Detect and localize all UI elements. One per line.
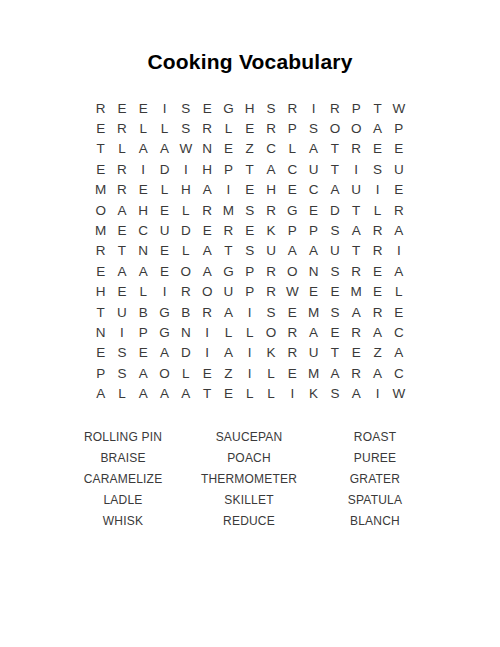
grid-cell-r14c2: S <box>111 363 132 383</box>
grid-cell-r14c7: Z <box>218 363 239 383</box>
grid-cell-r10c1: H <box>90 282 111 302</box>
grid-cell-r13c6: I <box>196 343 217 363</box>
grid-cell-r11c12: S <box>324 302 345 322</box>
grid-cell-r14c11: M <box>303 363 324 383</box>
grid-cell-r11c15: E <box>388 302 409 322</box>
grid-cell-r13c13: E <box>346 343 367 363</box>
grid-cell-r10c2: E <box>111 282 132 302</box>
grid-cell-r5c11: C <box>303 180 324 200</box>
grid-cell-r8c12: U <box>324 241 345 261</box>
grid-cell-r8c4: E <box>154 241 175 261</box>
grid-cell-r4c1: E <box>90 159 111 179</box>
word-list-item: SKILLET <box>224 490 273 511</box>
grid-cell-r3c10: L <box>282 139 303 159</box>
grid-cell-r11c9: S <box>260 302 281 322</box>
grid-cell-r2c14: A <box>367 118 388 138</box>
grid-cell-r9c11: N <box>303 261 324 281</box>
grid-cell-r2c12: O <box>324 118 345 138</box>
grid-cell-r1c11: I <box>303 98 324 118</box>
grid-cell-r11c11: M <box>303 302 324 322</box>
grid-cell-r14c9: L <box>260 363 281 383</box>
grid-cell-r9c15: A <box>388 261 409 281</box>
grid-cell-r8c13: T <box>346 241 367 261</box>
grid-cell-r12c5: N <box>175 322 196 342</box>
grid-cell-r2c4: L <box>154 118 175 138</box>
grid-cell-r8c2: T <box>111 241 132 261</box>
grid-cell-r10c10: W <box>282 282 303 302</box>
grid-cell-r11c10: E <box>282 302 303 322</box>
grid-cell-r6c9: R <box>260 200 281 220</box>
grid-cell-r3c1: T <box>90 139 111 159</box>
grid-cell-r9c8: P <box>239 261 260 281</box>
grid-cell-r2c7: L <box>218 118 239 138</box>
grid-cell-r3c3: A <box>133 139 154 159</box>
word-list-item: LADLE <box>103 490 142 511</box>
grid-cell-r4c12: T <box>324 159 345 179</box>
grid-cell-r15c1: A <box>90 383 111 403</box>
grid-cell-r11c7: A <box>218 302 239 322</box>
grid-cell-r6c13: T <box>346 200 367 220</box>
grid-cell-r15c6: T <box>196 383 217 403</box>
grid-cell-r5c13: U <box>346 180 367 200</box>
grid-cell-r6c2: A <box>111 200 132 220</box>
grid-cell-r13c14: Z <box>367 343 388 363</box>
grid-cell-r1c4: I <box>154 98 175 118</box>
grid-cell-r10c15: L <box>388 282 409 302</box>
grid-cell-r2c11: S <box>303 118 324 138</box>
grid-cell-r13c2: S <box>111 343 132 363</box>
grid-cell-r14c8: I <box>239 363 260 383</box>
word-search-grid: REEISEGHSRIRPTWERLLSRLERPSOOAPTLAAWNEZCL… <box>90 98 409 404</box>
grid-cell-r15c2: L <box>111 383 132 403</box>
grid-cell-r6c11: E <box>303 200 324 220</box>
grid-cell-r1c8: H <box>239 98 260 118</box>
grid-cell-r5c10: E <box>282 180 303 200</box>
grid-cell-r4c14: S <box>367 159 388 179</box>
grid-cell-r5c15: E <box>388 180 409 200</box>
grid-cell-r5c5: H <box>175 180 196 200</box>
grid-cell-r1c14: T <box>367 98 388 118</box>
grid-cell-r7c11: P <box>303 220 324 240</box>
grid-cell-r9c14: E <box>367 261 388 281</box>
grid-cell-r10c6: O <box>196 282 217 302</box>
grid-cell-r3c11: A <box>303 139 324 159</box>
grid-cell-r3c5: W <box>175 139 196 159</box>
grid-cell-r5c1: M <box>90 180 111 200</box>
grid-cell-r1c2: E <box>111 98 132 118</box>
grid-cell-r12c11: A <box>303 322 324 342</box>
grid-cell-r14c10: E <box>282 363 303 383</box>
grid-cell-r12c1: N <box>90 322 111 342</box>
grid-cell-r9c12: S <box>324 261 345 281</box>
grid-cell-r1c10: R <box>282 98 303 118</box>
grid-cell-r11c1: T <box>90 302 111 322</box>
grid-cell-r10c5: R <box>175 282 196 302</box>
grid-cell-r5c6: A <box>196 180 217 200</box>
grid-cell-r15c4: A <box>154 383 175 403</box>
grid-cell-r5c4: L <box>154 180 175 200</box>
grid-cell-r12c8: L <box>239 322 260 342</box>
word-list-item: REDUCE <box>223 511 275 532</box>
grid-cell-r7c15: A <box>388 220 409 240</box>
grid-cell-r8c15: I <box>388 241 409 261</box>
grid-cell-r12c2: I <box>111 322 132 342</box>
grid-cell-r2c8: E <box>239 118 260 138</box>
grid-cell-r4c11: U <box>303 159 324 179</box>
grid-cell-r1c7: G <box>218 98 239 118</box>
grid-cell-r11c6: R <box>196 302 217 322</box>
grid-cell-r3c6: N <box>196 139 217 159</box>
grid-cell-r12c6: I <box>196 322 217 342</box>
grid-cell-r3c4: A <box>154 139 175 159</box>
grid-cell-r4c13: I <box>346 159 367 179</box>
grid-cell-r4c5: I <box>175 159 196 179</box>
grid-cell-r3c13: R <box>346 139 367 159</box>
grid-cell-r3c12: T <box>324 139 345 159</box>
grid-cell-r11c4: G <box>154 302 175 322</box>
grid-cell-r12c7: L <box>218 322 239 342</box>
grid-cell-r8c8: S <box>239 241 260 261</box>
grid-cell-r6c15: R <box>388 200 409 220</box>
grid-cell-r6c8: S <box>239 200 260 220</box>
grid-cell-r13c11: U <box>303 343 324 363</box>
grid-cell-r2c13: O <box>346 118 367 138</box>
grid-cell-r7c14: R <box>367 220 388 240</box>
grid-cell-r8c5: L <box>175 241 196 261</box>
grid-cell-r15c3: A <box>133 383 154 403</box>
grid-cell-r1c1: R <box>90 98 111 118</box>
grid-cell-r3c9: C <box>260 139 281 159</box>
grid-cell-r13c10: R <box>282 343 303 363</box>
grid-cell-r10c11: E <box>303 282 324 302</box>
grid-cell-r6c3: H <box>133 200 154 220</box>
grid-cell-r13c12: T <box>324 343 345 363</box>
grid-cell-r4c2: R <box>111 159 132 179</box>
grid-cell-r7c12: S <box>324 220 345 240</box>
grid-cell-r10c14: E <box>367 282 388 302</box>
grid-cell-r11c5: B <box>175 302 196 322</box>
grid-cell-r5c8: E <box>239 180 260 200</box>
grid-cell-r1c15: W <box>388 98 409 118</box>
worksheet-page: Cooking Vocabulary REEISEGHSRIRPTWERLLSR… <box>0 0 500 647</box>
grid-cell-r11c2: U <box>111 302 132 322</box>
grid-cell-r9c3: A <box>133 261 154 281</box>
grid-cell-r7c1: M <box>90 220 111 240</box>
grid-cell-r5c7: I <box>218 180 239 200</box>
grid-cell-r12c9: O <box>260 322 281 342</box>
grid-cell-r14c6: E <box>196 363 217 383</box>
grid-cell-r7c3: C <box>133 220 154 240</box>
grid-cell-r13c15: A <box>388 343 409 363</box>
grid-cell-r9c10: O <box>282 261 303 281</box>
grid-cell-r5c14: I <box>367 180 388 200</box>
grid-cell-r6c10: G <box>282 200 303 220</box>
grid-cell-r1c13: P <box>346 98 367 118</box>
grid-cell-r4c10: C <box>282 159 303 179</box>
word-list-item: WHISK <box>103 511 143 532</box>
grid-cell-r7c5: D <box>175 220 196 240</box>
grid-cell-r14c15: C <box>388 363 409 383</box>
grid-cell-r14c14: A <box>367 363 388 383</box>
grid-cell-r6c1: O <box>90 200 111 220</box>
grid-cell-r15c8: L <box>239 383 260 403</box>
grid-cell-r10c12: E <box>324 282 345 302</box>
word-list-item: SAUCEPAN <box>216 427 283 448</box>
grid-cell-r15c10: I <box>282 383 303 403</box>
grid-cell-r2c15: P <box>388 118 409 138</box>
grid-cell-r5c12: A <box>324 180 345 200</box>
grid-cell-r14c3: A <box>133 363 154 383</box>
grid-cell-r7c6: E <box>196 220 217 240</box>
grid-cell-r14c13: R <box>346 363 367 383</box>
grid-cell-r13c3: E <box>133 343 154 363</box>
grid-cell-r8c11: A <box>303 241 324 261</box>
grid-cell-r9c4: E <box>154 261 175 281</box>
grid-cell-r7c13: A <box>346 220 367 240</box>
grid-cell-r1c9: S <box>260 98 281 118</box>
grid-cell-r4c6: H <box>196 159 217 179</box>
grid-cell-r12c4: G <box>154 322 175 342</box>
grid-cell-r5c2: R <box>111 180 132 200</box>
grid-cell-r3c15: E <box>388 139 409 159</box>
grid-cell-r13c5: D <box>175 343 196 363</box>
grid-cell-r7c8: E <box>239 220 260 240</box>
grid-cell-r9c9: R <box>260 261 281 281</box>
grid-cell-r15c14: I <box>367 383 388 403</box>
grid-cell-r10c8: P <box>239 282 260 302</box>
grid-cell-r2c3: L <box>133 118 154 138</box>
grid-cell-r15c13: A <box>346 383 367 403</box>
grid-cell-r2c5: S <box>175 118 196 138</box>
grid-cell-r14c12: A <box>324 363 345 383</box>
grid-cell-r14c4: O <box>154 363 175 383</box>
word-list-item: CARAMELIZE <box>84 469 163 490</box>
grid-cell-r2c9: R <box>260 118 281 138</box>
grid-cell-r4c9: A <box>260 159 281 179</box>
grid-cell-r15c12: S <box>324 383 345 403</box>
grid-cell-r3c7: E <box>218 139 239 159</box>
grid-cell-r13c9: K <box>260 343 281 363</box>
grid-cell-r15c11: K <box>303 383 324 403</box>
grid-cell-r3c14: E <box>367 139 388 159</box>
grid-cell-r7c7: R <box>218 220 239 240</box>
grid-cell-r4c7: P <box>218 159 239 179</box>
grid-cell-r3c8: Z <box>239 139 260 159</box>
grid-cell-r13c8: I <box>239 343 260 363</box>
grid-cell-r8c7: T <box>218 241 239 261</box>
grid-cell-r15c5: A <box>175 383 196 403</box>
grid-cell-r15c9: L <box>260 383 281 403</box>
word-list-item: GRATER <box>350 469 400 490</box>
grid-cell-r6c12: D <box>324 200 345 220</box>
grid-cell-r1c12: R <box>324 98 345 118</box>
grid-cell-r5c9: H <box>260 180 281 200</box>
grid-cell-r6c6: R <box>196 200 217 220</box>
grid-cell-r6c5: L <box>175 200 196 220</box>
grid-cell-r11c13: A <box>346 302 367 322</box>
grid-cell-r14c1: P <box>90 363 111 383</box>
word-list-item: BLANCH <box>350 511 400 532</box>
puzzle-title: Cooking Vocabulary <box>0 50 500 74</box>
grid-cell-r7c4: U <box>154 220 175 240</box>
grid-cell-r4c15: U <box>388 159 409 179</box>
grid-cell-r4c3: I <box>133 159 154 179</box>
word-list-item: THERMOMETER <box>201 469 297 490</box>
word-list-item: PUREE <box>354 448 396 469</box>
grid-cell-r7c10: P <box>282 220 303 240</box>
grid-cell-r4c8: T <box>239 159 260 179</box>
grid-cell-r7c2: E <box>111 220 132 240</box>
grid-cell-r15c7: E <box>218 383 239 403</box>
grid-cell-r12c13: R <box>346 322 367 342</box>
word-list-column-3: ROASTPUREEGRATERSPATULABLANCH <box>312 427 438 532</box>
grid-cell-r11c3: B <box>133 302 154 322</box>
grid-cell-r8c6: A <box>196 241 217 261</box>
grid-cell-r9c5: O <box>175 261 196 281</box>
word-list-item: ROAST <box>354 427 396 448</box>
grid-cell-r14c5: L <box>175 363 196 383</box>
grid-cell-r2c6: R <box>196 118 217 138</box>
grid-cell-r13c7: A <box>218 343 239 363</box>
grid-cell-r13c4: A <box>154 343 175 363</box>
grid-cell-r8c14: R <box>367 241 388 261</box>
grid-cell-r6c14: L <box>367 200 388 220</box>
grid-cell-r9c13: R <box>346 261 367 281</box>
word-list-item: POACH <box>227 448 271 469</box>
grid-cell-r13c1: E <box>90 343 111 363</box>
grid-cell-r2c10: P <box>282 118 303 138</box>
grid-cell-r9c2: A <box>111 261 132 281</box>
grid-cell-r9c7: G <box>218 261 239 281</box>
grid-cell-r4c4: D <box>154 159 175 179</box>
word-list-item: ROLLING PIN <box>84 427 162 448</box>
grid-cell-r10c4: I <box>154 282 175 302</box>
grid-cell-r11c14: R <box>367 302 388 322</box>
grid-cell-r10c7: U <box>218 282 239 302</box>
grid-cell-r5c3: E <box>133 180 154 200</box>
grid-cell-r1c3: E <box>133 98 154 118</box>
word-list-column-1: ROLLING PINBRAISECARAMELIZELADLEWHISK <box>60 427 186 532</box>
word-list-item: SPATULA <box>348 490 402 511</box>
grid-cell-r6c7: M <box>218 200 239 220</box>
grid-cell-r8c3: N <box>133 241 154 261</box>
grid-cell-r10c3: L <box>133 282 154 302</box>
grid-cell-r8c1: R <box>90 241 111 261</box>
word-list-column-2: SAUCEPANPOACHTHERMOMETERSKILLETREDUCE <box>186 427 312 532</box>
grid-cell-r3c2: L <box>111 139 132 159</box>
grid-cell-r6c4: E <box>154 200 175 220</box>
grid-cell-r8c9: U <box>260 241 281 261</box>
grid-cell-r8c10: A <box>282 241 303 261</box>
word-list: ROLLING PINBRAISECARAMELIZELADLEWHISKSAU… <box>60 427 438 532</box>
grid-cell-r2c1: E <box>90 118 111 138</box>
grid-cell-r12c12: E <box>324 322 345 342</box>
grid-cell-r1c5: S <box>175 98 196 118</box>
grid-cell-r15c15: W <box>388 383 409 403</box>
grid-cell-r7c9: K <box>260 220 281 240</box>
word-list-item: BRAISE <box>100 448 145 469</box>
grid-cell-r12c3: P <box>133 322 154 342</box>
grid-cell-r12c14: A <box>367 322 388 342</box>
grid-cell-r10c13: M <box>346 282 367 302</box>
grid-cell-r12c15: C <box>388 322 409 342</box>
grid-cell-r2c2: R <box>111 118 132 138</box>
grid-cell-r12c10: R <box>282 322 303 342</box>
grid-cell-r1c6: E <box>196 98 217 118</box>
grid-cell-r11c8: I <box>239 302 260 322</box>
grid-cell-r9c6: A <box>196 261 217 281</box>
grid-cell-r10c9: R <box>260 282 281 302</box>
grid-cell-r9c1: E <box>90 261 111 281</box>
